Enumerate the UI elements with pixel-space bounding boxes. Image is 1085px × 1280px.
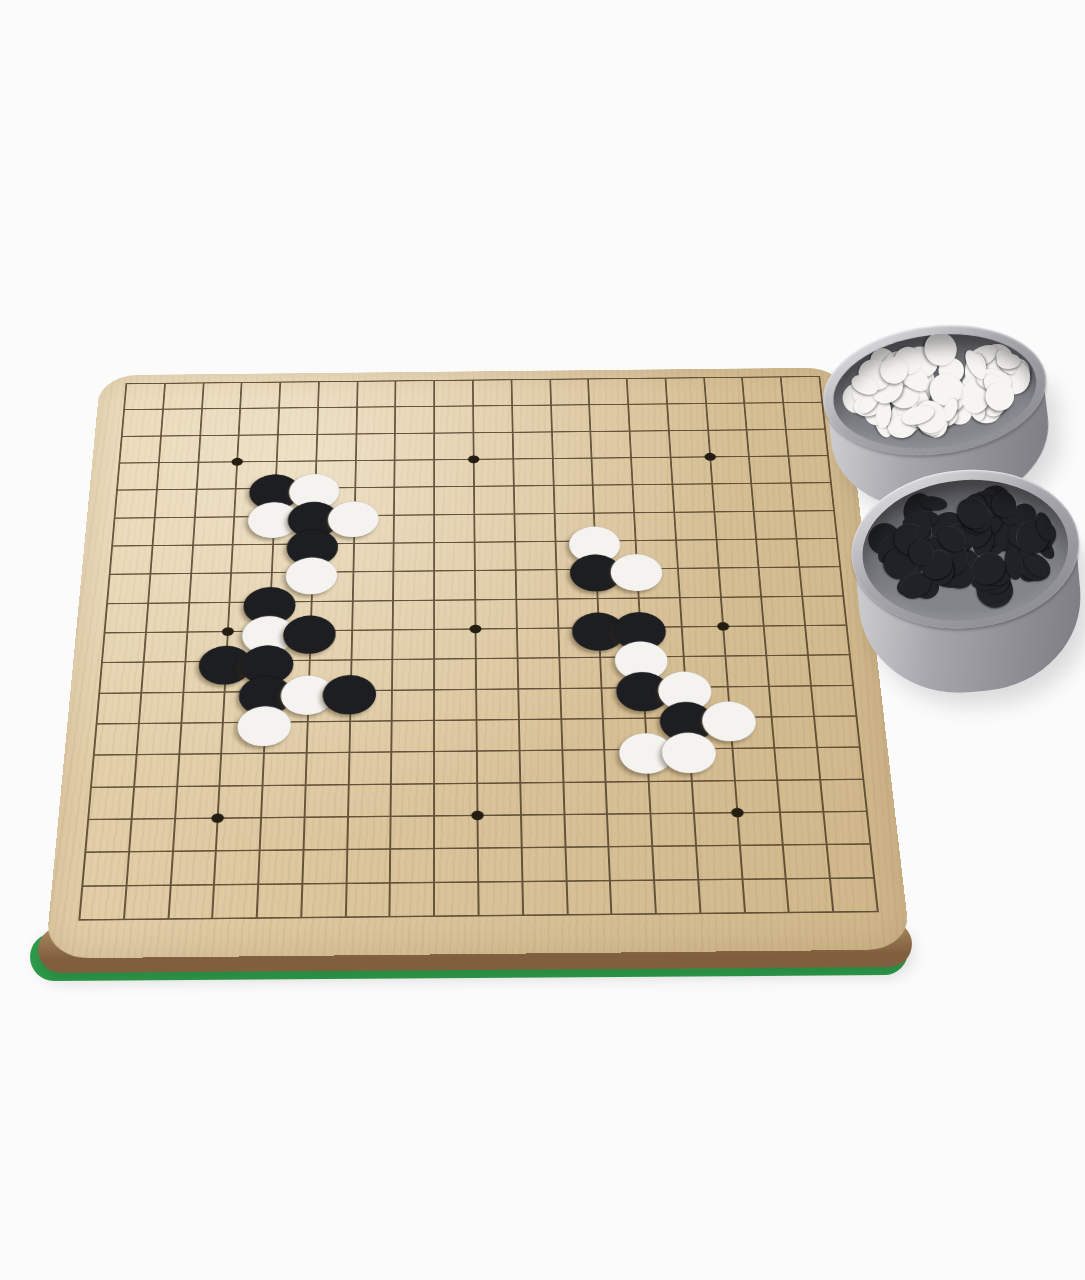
intersection-c3-r1: [182, 369, 222, 395]
intersection-c5-r14: [241, 737, 285, 769]
intersection-c2-r1: [144, 370, 184, 396]
intersection-c4-r17: [192, 833, 237, 867]
intersection-c16-r10: [700, 611, 743, 641]
intersection-c1-r7: [90, 531, 133, 560]
intersection-c3-r19: [144, 901, 191, 936]
intersection-c3-r15: [153, 769, 198, 802]
intersection-c4-r14: [198, 737, 242, 769]
intersection-c3-r7: [171, 530, 213, 559]
intersection-c9-r4: [414, 445, 453, 472]
intersection-c6-r15: [282, 768, 326, 801]
intersection-c4-r18: [190, 867, 236, 901]
intersection-c7-r15: [326, 767, 370, 800]
intersection-c10-r9: [454, 584, 495, 614]
intersection-c18-r19: [808, 894, 856, 929]
intersection-c7-r2: [336, 393, 375, 420]
intersection-c17-r11: [743, 640, 787, 670]
intersection-c9-r18: [411, 864, 455, 898]
intersection-c10-r6: [453, 499, 493, 527]
intersection-c19-r18: [849, 860, 897, 894]
intersection-c12-r4: [531, 444, 571, 471]
intersection-c18-r15: [796, 763, 842, 795]
intersection-c9-r1: [414, 367, 453, 393]
intersection-c16-r7: [694, 525, 736, 554]
intersection-c18-r10: [782, 610, 826, 640]
intersection-c12-r2: [530, 391, 570, 418]
intersection-c1-r10: [82, 617, 126, 647]
intersection-c11-r17: [498, 830, 542, 864]
intersection-c1-r8: [87, 559, 130, 588]
intersection-c8-r19: [366, 899, 411, 934]
intersection-c15-r5: [651, 470, 692, 498]
intersection-c1-r13: [73, 707, 118, 739]
intersection-c6-r13: [285, 705, 328, 736]
intersection-c14-r15: [625, 764, 670, 796]
intersection-c18-r1: [759, 363, 800, 389]
intersection-c12-r11: [537, 642, 580, 672]
intersection-c3-r8: [169, 558, 211, 587]
intersection-c9-r17: [411, 831, 455, 865]
intersection-c2-r7: [130, 531, 172, 560]
intersection-c1-r2: [103, 396, 144, 423]
intersection-c9-r13: [412, 704, 454, 735]
intersection-c8-r7: [373, 528, 414, 557]
intersection-c11-r10: [495, 613, 537, 643]
intersection-c7-r14: [326, 736, 369, 768]
black-bowl-stone: ●: [918, 491, 951, 512]
intersection-c5-r16: [238, 800, 283, 833]
intersection-c16-r5: [690, 470, 732, 498]
intersection-c17-r3: [725, 416, 766, 443]
intersection-c1-r1: [105, 370, 146, 396]
intersection-c16-r18: [718, 861, 765, 895]
intersection-c4-r1: [221, 369, 261, 395]
intersection-c8-r6: [373, 500, 413, 528]
intersection-c2-r13: [115, 707, 160, 739]
intersection-c15-r15: [668, 764, 713, 796]
intersection-c1-r18: [58, 868, 105, 902]
intersection-c7-r8: [331, 557, 372, 586]
intersection-c7-r3: [335, 420, 375, 447]
intersection-c14-r3: [608, 417, 648, 444]
intersection-c9-r19: [411, 898, 456, 933]
intersection-c8-r14: [369, 735, 412, 767]
intersection-c10-r17: [455, 831, 499, 865]
intersection-c18-r13: [790, 700, 835, 731]
intersection-c2-r11: [121, 646, 165, 677]
intersection-c4-r3: [218, 421, 259, 448]
intersection-c13-r17: [585, 829, 630, 863]
intersection-c16-r9: [698, 582, 741, 612]
intersection-c5-r1: [260, 368, 300, 394]
intersection-c6-r14: [284, 736, 328, 768]
intersection-c9-r7: [413, 528, 453, 557]
intersection-c11-r6: [493, 499, 534, 527]
intersection-c8-r12: [370, 674, 412, 705]
intersection-c7-r18: [323, 865, 368, 899]
intersection-c1-r16: [64, 802, 110, 835]
intersection-c1-r17: [61, 835, 108, 869]
intersection-c12-r14: [539, 734, 583, 766]
intersection-c10-r12: [454, 673, 496, 704]
intersection-c13-r3: [570, 417, 610, 444]
intersection-c5-r13: ●: [243, 706, 287, 737]
intersection-c2-r18: [102, 868, 149, 902]
intersection-c11-r12: [496, 673, 539, 704]
intersection-c9-r8: [413, 556, 454, 585]
intersection-c2-r14: [113, 738, 158, 770]
intersection-c3-r6: [173, 502, 215, 530]
intersection-c13-r1: [568, 365, 608, 391]
intersection-c11-r15: [497, 766, 541, 799]
intersection-c14-r1: [606, 365, 646, 391]
intersection-c12-r19: [544, 897, 589, 932]
intersection-c2-r16: [108, 802, 154, 835]
intersection-c15-r16: [670, 796, 715, 829]
intersection-c10-r11: [454, 643, 496, 673]
intersection-c1-r19: [55, 902, 102, 937]
intersection-c17-r10: [741, 610, 785, 640]
intersection-c12-r12: [537, 672, 580, 703]
intersection-c2-r2: [142, 396, 183, 423]
intersection-c10-r18: [455, 864, 499, 898]
intersection-c7-r12: ●: [328, 674, 371, 705]
intersection-c6-r17: [280, 833, 325, 867]
intersection-c15-r4: [649, 443, 690, 470]
intersection-c10-r14: [454, 735, 497, 767]
intersection-c10-r3: [453, 418, 492, 445]
intersection-c9-r9: [413, 585, 454, 615]
intersection-c4-r16: [194, 801, 239, 834]
black-stone-bowl: ●●●●●●●●●●●●●●●●●●●●●●●●●●●●●●●●●●●●●●●●…: [845, 460, 1085, 701]
intersection-c17-r8: [736, 553, 779, 582]
intersection-c1-r15: [67, 770, 113, 803]
intersection-c17-r14: [751, 731, 796, 763]
intersection-c17-r4: [727, 442, 769, 469]
intersection-c9-r2: [414, 393, 453, 420]
intersection-c19-r15: [839, 762, 885, 794]
intersection-c12-r3: [531, 418, 571, 445]
intersection-c9-r16: [411, 799, 454, 832]
intersection-c2-r3: [139, 422, 180, 449]
intersection-c17-r2: [723, 389, 764, 416]
intersection-c15-r18: [674, 862, 720, 896]
intersection-c8-r8: [372, 556, 413, 585]
intersection-c4-r15: [196, 769, 241, 802]
intersection-c18-r14: [793, 731, 839, 763]
intersection-c18-r7: [774, 524, 817, 553]
intersection-c16-r8: [696, 553, 739, 582]
intersection-c16-r6: [692, 497, 734, 525]
intersection-c15-r6: [652, 497, 694, 525]
intersection-c6-r18: [279, 866, 324, 900]
intersection-c17-r16: [756, 795, 802, 828]
intersection-c11-r14: [497, 734, 540, 766]
intersection-c8-r4: [374, 446, 414, 473]
intersection-c8-r16: [368, 799, 412, 832]
intersection-c9-r15: [412, 767, 455, 800]
intersection-c8-r15: [369, 767, 412, 800]
intersection-c17-r18: [762, 861, 809, 895]
intersection-c10-r8: [454, 556, 495, 585]
intersection-c18-r4: [767, 442, 809, 469]
intersection-c12-r5: [532, 471, 573, 499]
intersection-c3-r12: [160, 676, 204, 707]
intersection-c7-r17: [324, 832, 368, 866]
intersection-c18-r9: [779, 581, 823, 611]
intersection-c19-r14: [836, 731, 882, 763]
intersection-c14-r16: [627, 796, 672, 829]
intersection-c9-r12: [412, 673, 454, 704]
intersection-c10-r13: [454, 704, 497, 735]
intersection-c2-r12: [118, 676, 162, 707]
intersection-c3-r2: [180, 395, 221, 422]
intersection-c7-r16: [325, 800, 369, 833]
intersection-c8-r9: [372, 585, 413, 615]
intersection-c3-r3: [179, 421, 220, 448]
intersection-c18-r16: [799, 795, 845, 828]
intersection-c10-r4: [453, 445, 493, 472]
intersection-c15-r3: [647, 416, 688, 443]
intersection-c8-r2: [375, 393, 414, 420]
intersection-c6-r1: [298, 368, 337, 394]
scene: ●●●●●●●●●●●●●●●●●●●●●●●●●●●● ●●●●●●●●●●●…: [0, 0, 1085, 1280]
intersection-c12-r1: [529, 366, 568, 392]
intersection-c15-r1: [644, 364, 684, 390]
intersection-c18-r8: [777, 552, 820, 581]
intersection-c14-r8: ●: [615, 554, 657, 583]
intersection-c1-r11: [79, 647, 123, 678]
intersection-c10-r16: [455, 798, 499, 831]
intersection-c18-r11: [785, 639, 829, 669]
intersection-c2-r6: [133, 503, 175, 531]
intersection-c9-r5: [413, 472, 453, 500]
intersection-c10-r1: [453, 366, 492, 392]
intersection-c5-r15: [239, 768, 283, 801]
intersection-c8-r13: [370, 704, 413, 735]
intersection-c9-r11: [412, 643, 454, 674]
intersection-c2-r17: [105, 834, 151, 868]
intersection-c10-r19: [455, 898, 500, 933]
intersection-c12-r16: [541, 797, 585, 830]
intersection-c10-r10: [454, 613, 496, 643]
intersection-c11-r2: [491, 392, 530, 419]
intersection-c7-r1: [337, 368, 376, 394]
intersection-c15-r14: ●: [666, 732, 711, 764]
intersection-c19-r17: [846, 827, 893, 861]
intersection-c11-r4: [492, 445, 532, 472]
intersection-c15-r17: [672, 828, 718, 862]
intersection-c16-r2: [684, 390, 725, 417]
intersection-c6-r3: [296, 420, 336, 447]
intersection-c16-r19: [720, 895, 767, 930]
intersection-c11-r1: [491, 366, 530, 392]
intersection-c3-r14: [156, 738, 201, 770]
intersection-c6-r2: [297, 394, 337, 421]
go-board: ●●●●●●●●●●●●●●●●●●●●●●●●●●●●: [45, 368, 911, 959]
intersection-c16-r15: [711, 763, 756, 795]
intersection-c14-r2: [607, 391, 647, 418]
intersection-c5-r17: [236, 833, 281, 867]
intersection-c11-r5: [493, 472, 533, 500]
intersection-c12-r18: [543, 863, 588, 897]
intersection-c17-r19: [764, 894, 811, 929]
intersection-c11-r18: [499, 863, 544, 897]
intersection-c16-r4: [688, 443, 729, 470]
intersection-c3-r17: [149, 834, 195, 868]
intersection-c13-r4: [571, 444, 612, 471]
intersection-c9-r3: [414, 419, 453, 446]
intersection-c3-r13: [158, 707, 202, 739]
intersection-c12-r17: [542, 830, 587, 864]
intersection-c13-r2: [569, 391, 609, 418]
intersection-c15-r19: [676, 895, 723, 930]
intersection-c3-r9: [166, 587, 209, 617]
intersection-c18-r6: [772, 496, 815, 524]
intersection-c19-r19: [853, 893, 901, 928]
intersection-c4-r2: [219, 395, 259, 422]
intersection-c17-r9: [739, 581, 782, 611]
intersection-c9-r14: [412, 735, 455, 767]
intersection-c13-r16: [584, 797, 629, 830]
intersection-c16-r3: [686, 416, 727, 443]
board-intersections: ●●●●●●●●●●●●●●●●●●●●●●●●●●●●: [55, 363, 901, 937]
intersection-c5-r2: [258, 394, 298, 421]
intersection-c13-r19: [588, 896, 634, 931]
intersection-c14-r5: [611, 470, 652, 498]
intersection-c4-r7: [211, 530, 253, 559]
intersection-c11-r11: [495, 642, 537, 672]
intersection-c16-r17: [715, 828, 761, 862]
intersection-c1-r3: [100, 422, 141, 449]
intersection-c5-r3: [257, 421, 297, 448]
intersection-c10-r15: [455, 766, 498, 799]
intersection-c5-r18: [234, 866, 279, 900]
intersection-c11-r9: [494, 584, 536, 614]
intersection-c8-r17: [367, 832, 411, 866]
intersection-c1-r6: [92, 503, 134, 531]
intersection-c17-r17: [759, 828, 805, 862]
intersection-c13-r15: [583, 765, 627, 798]
intersection-c11-r7: [493, 527, 534, 556]
intersection-c11-r8: [494, 555, 535, 584]
intersection-c11-r19: [499, 897, 544, 932]
intersection-c11-r13: [496, 703, 539, 734]
intersection-c2-r4: [137, 448, 178, 475]
intersection-c19-r13: [832, 700, 878, 731]
intersection-c14-r19: [632, 896, 678, 931]
intersection-c18-r5: [769, 469, 811, 497]
intersection-c15-r8: [656, 553, 698, 582]
intersection-c8-r18: [367, 865, 411, 899]
intersection-c14-r4: [610, 443, 651, 470]
intersection-c17-r15: [754, 763, 800, 795]
intersection-c17-r13: [748, 700, 793, 731]
intersection-c5-r19: [233, 900, 279, 935]
intersection-c16-r16: [713, 795, 759, 828]
intersection-c10-r7: [453, 527, 494, 556]
intersection-c17-r7: [734, 524, 777, 553]
intersection-c13-r5: [572, 471, 613, 499]
intersection-c7-r19: [322, 899, 367, 934]
intersection-c13-r18: [586, 863, 631, 897]
intersection-c4-r19: [188, 900, 234, 935]
intersection-c2-r9: [125, 588, 168, 618]
intersection-c1-r4: [98, 449, 140, 476]
intersection-c16-r1: [683, 364, 723, 390]
intersection-c16-r14: [709, 732, 754, 764]
intersection-c14-r17: [629, 829, 674, 863]
intersection-c18-r18: [805, 860, 852, 894]
intersection-c18-r12: [788, 669, 833, 700]
intersection-c8-r10: [371, 614, 413, 644]
intersection-c1-r5: [95, 476, 137, 504]
intersection-c2-r5: [135, 475, 177, 503]
intersection-c2-r19: [99, 901, 146, 936]
intersection-c9-r10: [413, 614, 454, 644]
intersection-c18-r17: [802, 827, 849, 861]
intersection-c2-r10: [123, 617, 166, 647]
intersection-c1-r9: [84, 588, 127, 618]
intersection-c7-r10: [330, 615, 372, 645]
intersection-c11-r16: [498, 798, 542, 831]
intersection-c15-r2: [646, 390, 686, 417]
intersection-c12-r15: [540, 765, 584, 798]
intersection-c3-r4: [177, 448, 218, 475]
intersection-c12-r13: [538, 703, 581, 734]
intersection-c9-r6: [413, 500, 453, 528]
intersection-c14-r18: [630, 862, 676, 896]
intersection-c8-r3: [375, 419, 414, 446]
intersection-c11-r3: [492, 418, 532, 445]
intersection-c6-r19: [277, 899, 322, 934]
intersection-c18-r2: [762, 389, 803, 416]
intersection-c6-r16: [281, 800, 325, 833]
intersection-c19-r16: [842, 794, 889, 827]
intersection-c17-r1: [721, 364, 762, 390]
intersection-c3-r5: [175, 475, 216, 503]
intersection-c1-r12: [76, 677, 121, 708]
intersection-c1-r14: [70, 739, 115, 771]
intersection-c17-r5: [730, 469, 772, 497]
intersection-c10-r2: [453, 392, 492, 419]
intersection-c10-r5: [453, 472, 493, 500]
intersection-c18-r3: [764, 415, 806, 442]
intersection-c3-r16: [151, 801, 196, 834]
intersection-c2-r8: [128, 559, 171, 588]
intersection-c7-r13: [327, 705, 370, 736]
intersection-c2-r15: [110, 770, 155, 803]
intersection-c8-r1: [375, 367, 414, 393]
intersection-c3-r18: [146, 867, 192, 901]
intersection-c17-r6: [732, 497, 774, 525]
